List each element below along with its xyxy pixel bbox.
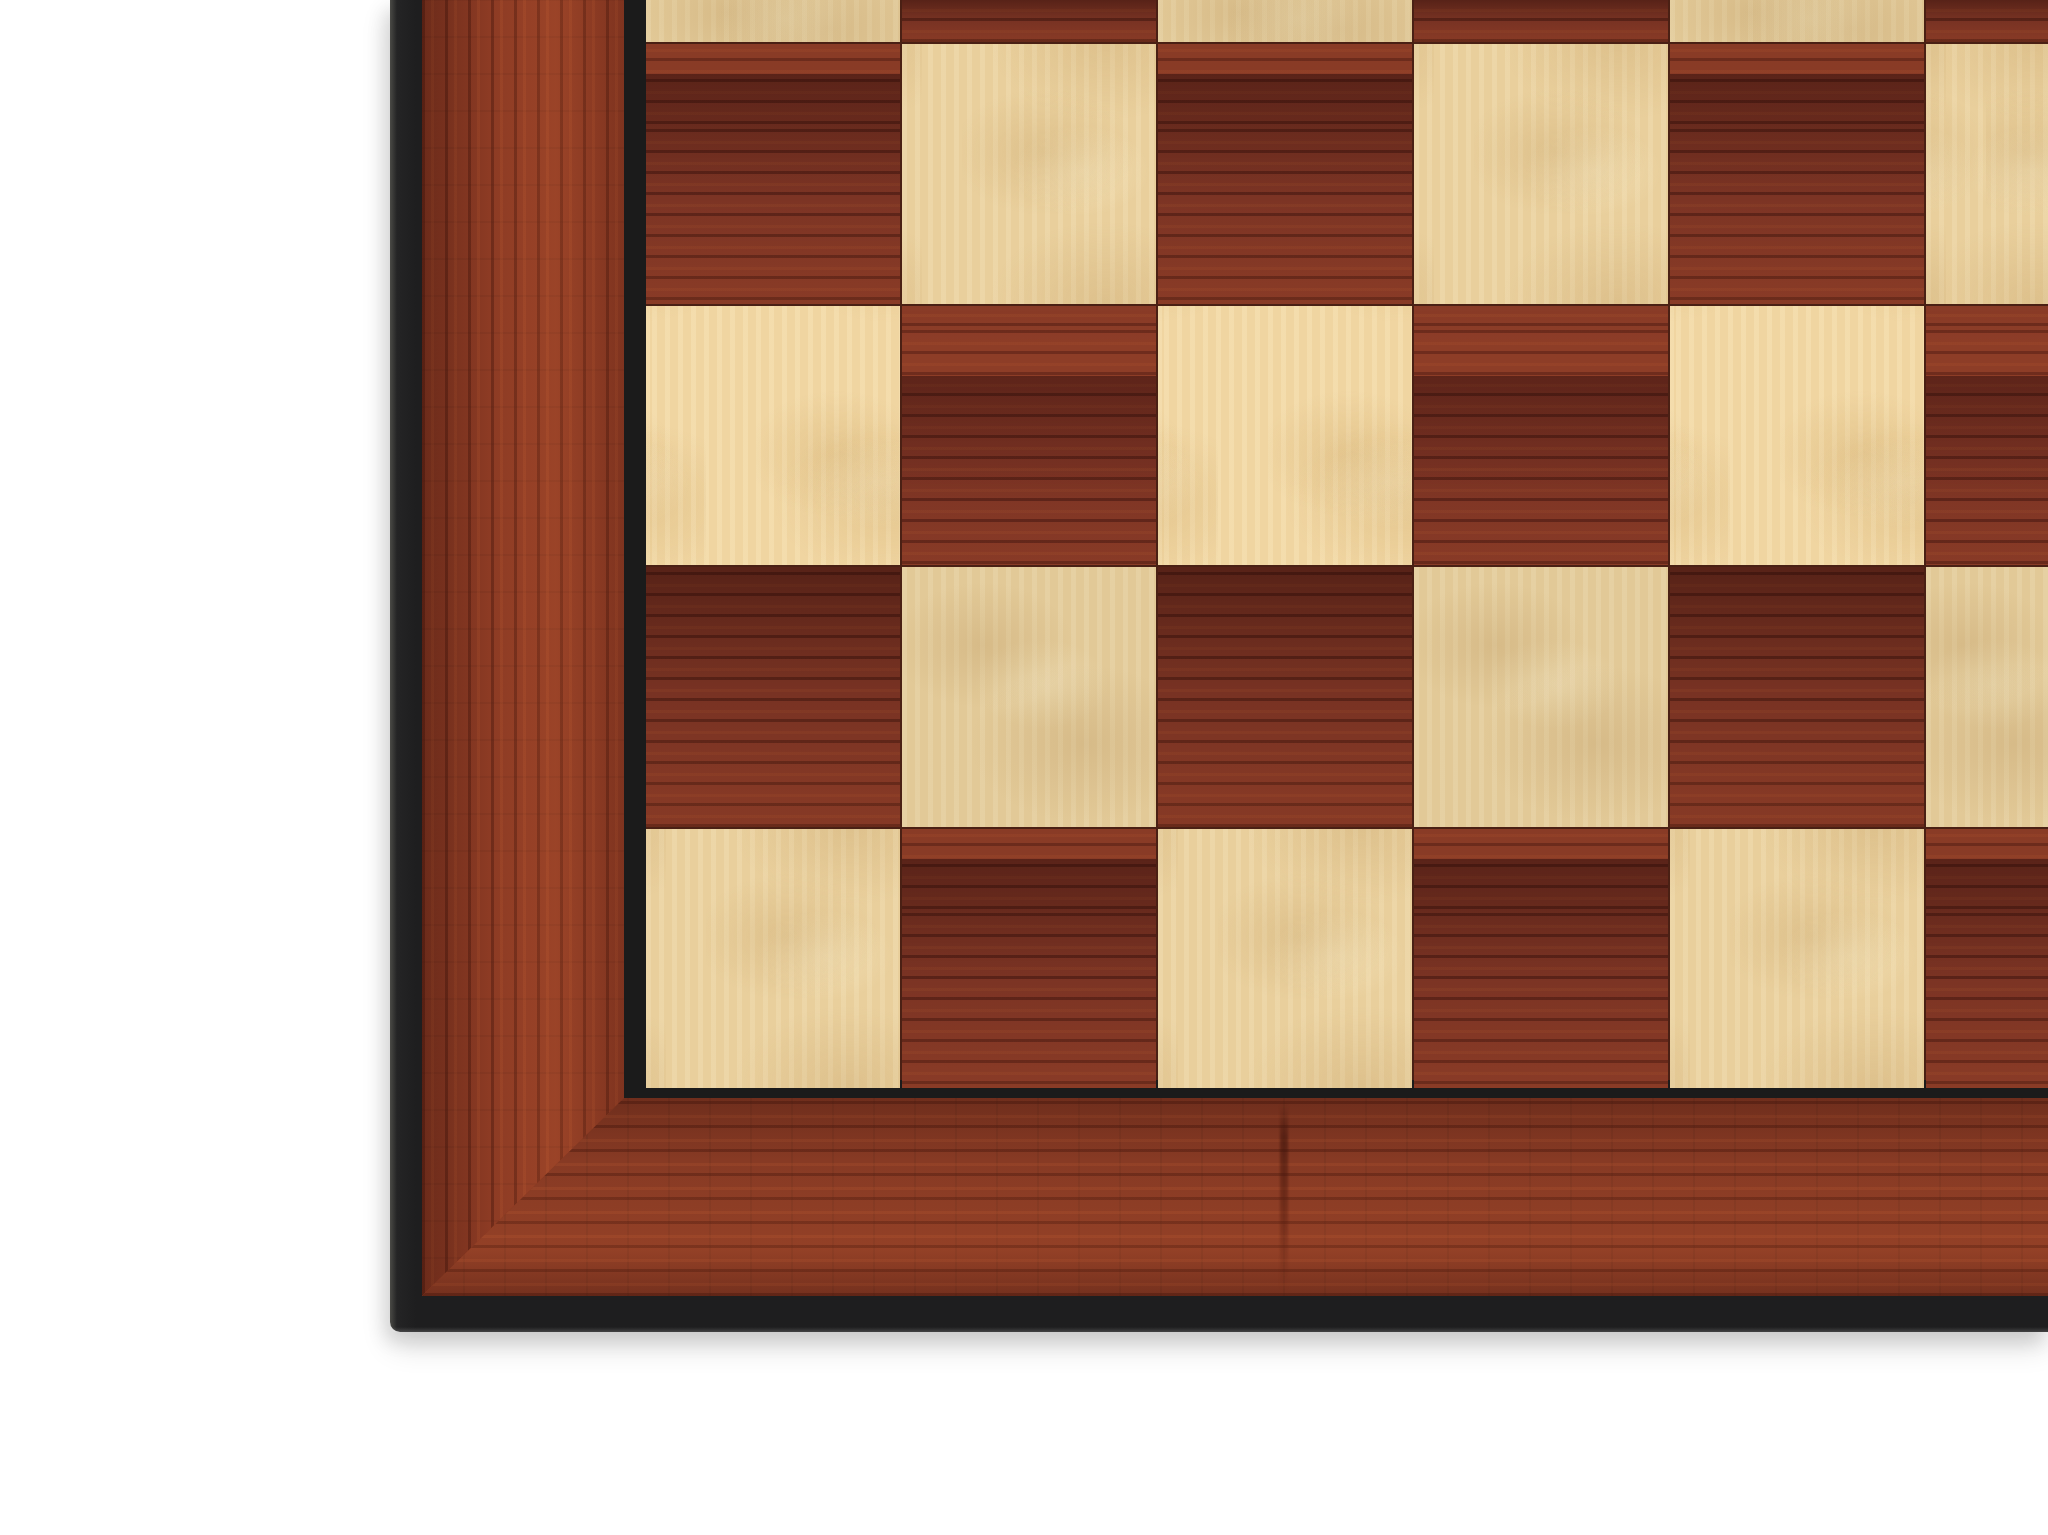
square-light[interactable] (902, 44, 1156, 304)
square-light[interactable] (646, 829, 900, 1089)
square-dark[interactable] (646, 44, 900, 304)
square-dark[interactable] (902, 0, 1156, 42)
square-light[interactable] (1414, 567, 1668, 827)
squares-grid (646, 0, 2048, 1080)
square-dark[interactable] (1926, 0, 2048, 42)
square-dark[interactable] (1414, 0, 1668, 42)
square-dark[interactable] (1926, 829, 2048, 1089)
square-light[interactable] (1158, 0, 1412, 42)
board-frame-left-band (422, 0, 624, 1296)
square-light[interactable] (646, 306, 900, 566)
square-light[interactable] (1158, 306, 1412, 566)
square-dark[interactable] (1158, 44, 1412, 304)
square-light[interactable] (1158, 829, 1412, 1089)
square-dark[interactable] (1414, 306, 1668, 566)
inlay-line-left (624, 0, 646, 1098)
photo-background (0, 0, 2048, 1535)
chessboard (390, 0, 2048, 1332)
square-dark[interactable] (902, 829, 1156, 1089)
square-light[interactable] (1670, 829, 1924, 1089)
square-dark[interactable] (1414, 829, 1668, 1089)
square-light[interactable] (902, 567, 1156, 827)
square-dark[interactable] (1926, 306, 2048, 566)
wood-grain-knot (1280, 1104, 1288, 1290)
square-light[interactable] (1670, 0, 1924, 42)
square-dark[interactable] (646, 567, 900, 827)
square-light[interactable] (1670, 306, 1924, 566)
square-light[interactable] (1414, 44, 1668, 304)
square-dark[interactable] (902, 306, 1156, 566)
board-frame (422, 0, 2048, 1296)
square-light[interactable] (646, 0, 900, 42)
square-light[interactable] (1926, 567, 2048, 827)
square-dark[interactable] (1158, 567, 1412, 827)
edge-bevel-highlight (390, 1327, 2048, 1332)
square-dark[interactable] (1670, 567, 1924, 827)
square-light[interactable] (1926, 44, 2048, 304)
square-dark[interactable] (1670, 44, 1924, 304)
